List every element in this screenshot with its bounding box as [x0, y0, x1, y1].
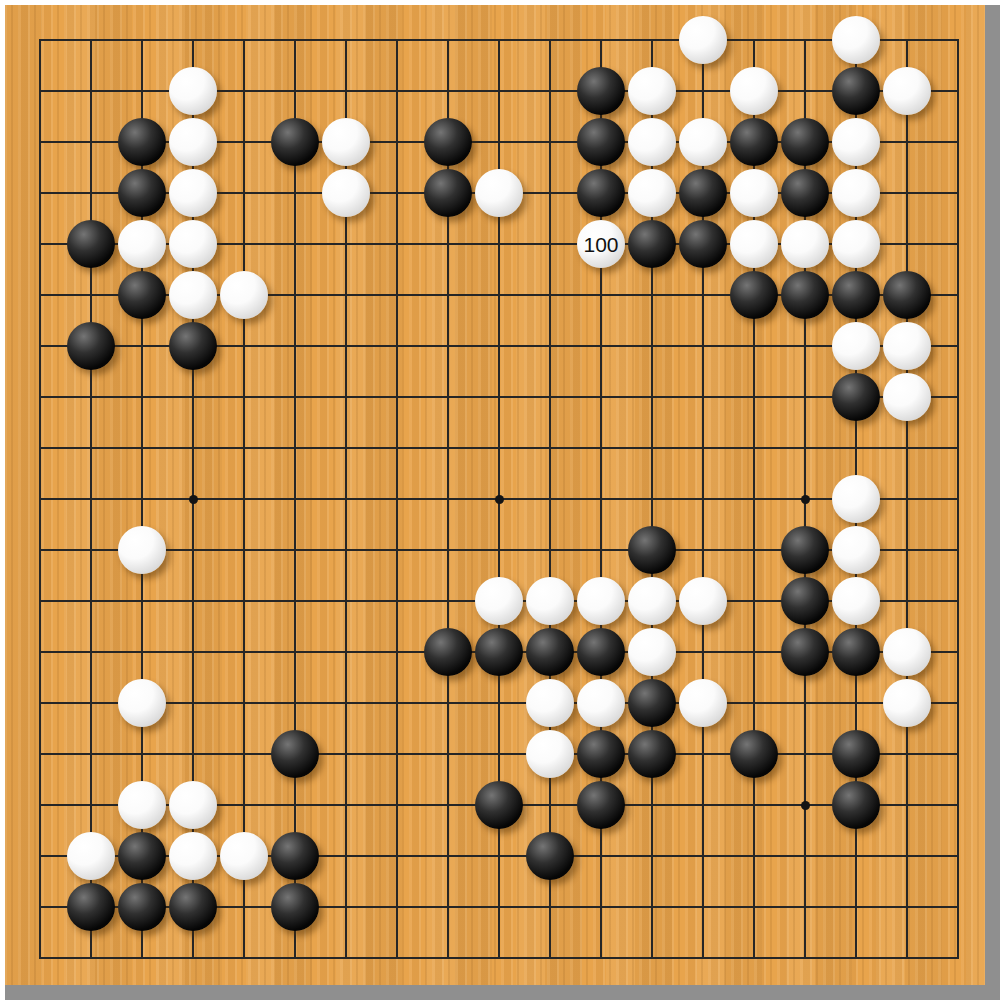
white-stone	[628, 577, 676, 625]
black-stone	[628, 679, 676, 727]
white-stone	[169, 118, 217, 166]
black-stone	[832, 730, 880, 778]
black-stone	[577, 118, 625, 166]
white-stone	[832, 475, 880, 523]
white-stone	[118, 526, 166, 574]
white-stone	[526, 730, 574, 778]
black-stone	[118, 271, 166, 319]
white-stone	[679, 577, 727, 625]
black-stone	[169, 322, 217, 370]
black-stone	[577, 169, 625, 217]
white-stone	[883, 322, 931, 370]
black-stone	[526, 832, 574, 880]
black-stone	[271, 883, 319, 931]
white-stone	[883, 628, 931, 676]
white-stone	[169, 169, 217, 217]
white-stone	[322, 169, 370, 217]
black-stone	[628, 730, 676, 778]
black-stone	[730, 271, 778, 319]
white-stone	[628, 118, 676, 166]
black-stone	[475, 781, 523, 829]
white-stone	[577, 679, 625, 727]
black-stone	[67, 220, 115, 268]
white-stone	[475, 577, 523, 625]
white-stone	[118, 220, 166, 268]
white-stone	[169, 832, 217, 880]
white-stone	[169, 67, 217, 115]
white-stone	[832, 169, 880, 217]
white-stone	[628, 67, 676, 115]
white-stone	[628, 628, 676, 676]
black-stone	[67, 322, 115, 370]
black-stone	[118, 169, 166, 217]
white-stone	[781, 220, 829, 268]
black-stone	[271, 118, 319, 166]
black-stone	[271, 730, 319, 778]
black-stone	[118, 118, 166, 166]
black-stone	[169, 883, 217, 931]
white-stone	[628, 169, 676, 217]
black-stone	[781, 118, 829, 166]
white-stone	[883, 679, 931, 727]
white-stone	[169, 220, 217, 268]
white-stone	[322, 118, 370, 166]
white-stone	[883, 67, 931, 115]
white-stone	[169, 781, 217, 829]
black-stone	[526, 628, 574, 676]
last-move-stone: 100	[577, 220, 625, 268]
black-stone	[577, 67, 625, 115]
black-stone	[781, 577, 829, 625]
black-stone	[832, 271, 880, 319]
black-stone	[577, 730, 625, 778]
white-stone	[730, 169, 778, 217]
black-stone	[883, 271, 931, 319]
white-stone	[220, 271, 268, 319]
black-stone	[424, 169, 472, 217]
white-stone	[169, 271, 217, 319]
black-stone	[628, 220, 676, 268]
white-stone	[526, 577, 574, 625]
stone-layer: 100	[0, 0, 1000, 1000]
white-stone	[832, 118, 880, 166]
white-stone	[67, 832, 115, 880]
black-stone	[781, 628, 829, 676]
white-stone	[730, 67, 778, 115]
black-stone	[832, 373, 880, 421]
white-stone	[118, 679, 166, 727]
black-stone	[781, 169, 829, 217]
white-stone	[577, 577, 625, 625]
black-stone	[118, 832, 166, 880]
black-stone	[781, 526, 829, 574]
last-move-number-label: 100	[583, 234, 618, 255]
white-stone	[832, 220, 880, 268]
white-stone	[832, 526, 880, 574]
black-stone	[271, 832, 319, 880]
white-stone	[526, 679, 574, 727]
white-stone	[679, 16, 727, 64]
black-stone	[730, 730, 778, 778]
black-stone	[577, 628, 625, 676]
white-stone	[220, 832, 268, 880]
black-stone	[832, 628, 880, 676]
white-stone	[679, 118, 727, 166]
black-stone	[832, 781, 880, 829]
black-stone	[475, 628, 523, 676]
black-stone	[781, 271, 829, 319]
black-stone	[679, 169, 727, 217]
go-app-window: { "game": "Go", "board": { "size": 19, "…	[0, 0, 1000, 1000]
black-stone	[424, 118, 472, 166]
black-stone	[118, 883, 166, 931]
black-stone	[730, 118, 778, 166]
white-stone	[679, 679, 727, 727]
black-stone	[577, 781, 625, 829]
black-stone	[832, 67, 880, 115]
black-stone	[679, 220, 727, 268]
black-stone	[628, 526, 676, 574]
white-stone	[475, 169, 523, 217]
white-stone	[832, 577, 880, 625]
white-stone	[883, 373, 931, 421]
white-stone	[730, 220, 778, 268]
white-stone	[832, 16, 880, 64]
white-stone	[832, 322, 880, 370]
black-stone	[424, 628, 472, 676]
black-stone	[67, 883, 115, 931]
white-stone	[118, 781, 166, 829]
